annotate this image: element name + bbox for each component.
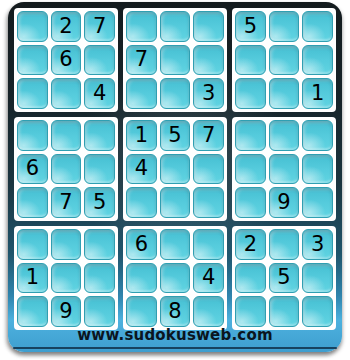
cell-r8c4[interactable] [126,263,157,294]
box-0-1: 73 [123,8,227,112]
cell-r1c7[interactable]: 5 [235,11,266,42]
site-url-text[interactable]: www.sudokusweb.com [77,326,272,344]
cell-r8c3[interactable] [84,263,115,294]
cell-r8c7[interactable] [235,263,266,294]
cell-r5c3[interactable] [84,154,115,185]
cell-r6c5[interactable] [160,187,191,218]
cell-r3c6[interactable]: 3 [193,78,224,109]
cell-r2c2[interactable]: 6 [51,45,82,76]
cell-r7c9[interactable]: 3 [302,229,333,260]
cell-r1c5[interactable] [160,11,191,42]
cell-r5c7[interactable] [235,154,266,185]
cell-r1c1[interactable] [17,11,48,42]
box-1-1: 1574 [123,117,227,221]
cell-r4c1[interactable] [17,120,48,151]
cell-r1c3[interactable]: 7 [84,11,115,42]
cell-r8c5[interactable] [160,263,191,294]
sudoku-board: 276473516751574919648235 [14,8,336,330]
cell-r7c3[interactable] [84,229,115,260]
cell-r5c1[interactable]: 6 [17,154,48,185]
cell-r5c2[interactable] [51,154,82,185]
box-0-0: 2764 [14,8,118,112]
cell-r9c1[interactable] [17,296,48,327]
cell-r6c3[interactable]: 5 [84,187,115,218]
cell-r9c9[interactable] [302,296,333,327]
cell-r3c5[interactable] [160,78,191,109]
box-2-1: 648 [123,226,227,330]
cell-r1c2[interactable]: 2 [51,11,82,42]
cell-r3c8[interactable] [269,78,300,109]
box-1-0: 675 [14,117,118,221]
box-0-2: 51 [232,8,336,112]
cell-r5c9[interactable] [302,154,333,185]
cell-r1c4[interactable] [126,11,157,42]
cell-r9c3[interactable] [84,296,115,327]
cell-r1c6[interactable] [193,11,224,42]
cell-r6c6[interactable] [193,187,224,218]
cell-r7c5[interactable] [160,229,191,260]
cell-r9c6[interactable] [193,296,224,327]
cell-r9c7[interactable] [235,296,266,327]
frame-bottom-line [13,347,337,349]
cell-r7c6[interactable] [193,229,224,260]
cell-r7c7[interactable]: 2 [235,229,266,260]
cell-r3c1[interactable] [17,78,48,109]
cell-r8c8[interactable]: 5 [269,263,300,294]
cell-r8c1[interactable]: 1 [17,263,48,294]
cell-r8c9[interactable] [302,263,333,294]
cell-r2c7[interactable] [235,45,266,76]
cell-r4c4[interactable]: 1 [126,120,157,151]
box-2-0: 19 [14,226,118,330]
cell-r5c5[interactable] [160,154,191,185]
cell-r2c9[interactable] [302,45,333,76]
cell-r7c1[interactable] [17,229,48,260]
cell-r6c1[interactable] [17,187,48,218]
cell-r3c3[interactable]: 4 [84,78,115,109]
cell-r9c2[interactable]: 9 [51,296,82,327]
cell-r5c6[interactable] [193,154,224,185]
cell-r8c6[interactable]: 4 [193,263,224,294]
cell-r9c8[interactable] [269,296,300,327]
cell-r2c8[interactable] [269,45,300,76]
cell-r6c2[interactable]: 7 [51,187,82,218]
cell-r7c4[interactable]: 6 [126,229,157,260]
cell-r1c8[interactable] [269,11,300,42]
cell-r2c4[interactable]: 7 [126,45,157,76]
cell-r3c9[interactable]: 1 [302,78,333,109]
cell-r6c8[interactable]: 9 [269,187,300,218]
cell-r2c5[interactable] [160,45,191,76]
cell-r2c1[interactable] [17,45,48,76]
cell-r6c7[interactable] [235,187,266,218]
cell-r6c4[interactable] [126,187,157,218]
site-link[interactable]: www.sudokusweb.com [14,325,336,345]
cell-r9c5[interactable]: 8 [160,296,191,327]
cell-r4c5[interactable]: 5 [160,120,191,151]
cell-r4c3[interactable] [84,120,115,151]
cell-r5c8[interactable] [269,154,300,185]
cell-r6c9[interactable] [302,187,333,218]
cell-r4c2[interactable] [51,120,82,151]
cell-r7c8[interactable] [269,229,300,260]
cell-r3c7[interactable] [235,78,266,109]
cell-r2c6[interactable] [193,45,224,76]
cell-r2c3[interactable] [84,45,115,76]
cell-r4c9[interactable] [302,120,333,151]
cell-r5c4[interactable]: 4 [126,154,157,185]
cell-r4c6[interactable]: 7 [193,120,224,151]
cell-r7c2[interactable] [51,229,82,260]
cell-r9c4[interactable] [126,296,157,327]
board-frame: 276473516751574919648235 www.sudokusweb.… [8,2,342,352]
cell-r1c9[interactable] [302,11,333,42]
box-2-2: 235 [232,226,336,330]
cell-r4c8[interactable] [269,120,300,151]
cell-r8c2[interactable] [51,263,82,294]
box-1-2: 9 [232,117,336,221]
cell-r4c7[interactable] [235,120,266,151]
cell-r3c2[interactable] [51,78,82,109]
cell-r3c4[interactable] [126,78,157,109]
